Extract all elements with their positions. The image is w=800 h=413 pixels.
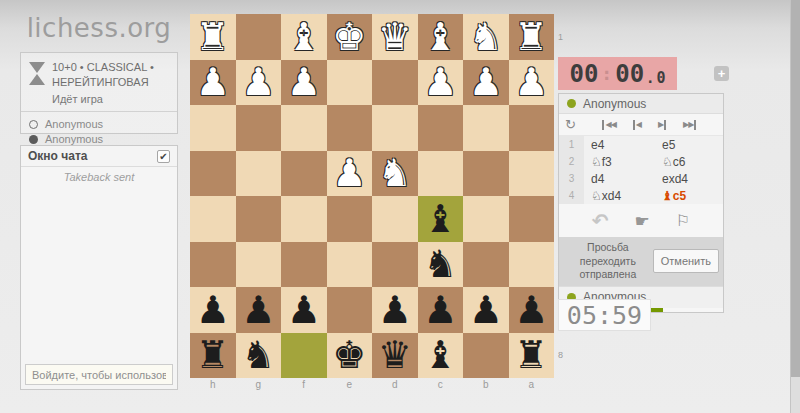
square-g8[interactable]: ♞ xyxy=(236,333,282,379)
square-d7[interactable]: ♟ xyxy=(372,287,418,333)
game-status-text: Идёт игра xyxy=(52,92,171,107)
square-f8[interactable] xyxy=(281,333,327,379)
square-d2[interactable] xyxy=(372,60,418,106)
square-h2[interactable]: ♟ xyxy=(190,60,236,106)
move-4-white[interactable]: ♘xd4 xyxy=(584,187,656,204)
rank-label-1: 1 xyxy=(555,14,569,60)
square-h8[interactable]: ♜ xyxy=(190,333,236,379)
square-f5[interactable] xyxy=(281,196,327,242)
resign-flag-icon[interactable]: ⚐ xyxy=(676,211,690,230)
file-label-h: h xyxy=(190,379,236,390)
square-g4[interactable] xyxy=(236,151,282,197)
square-d1[interactable]: ♛ xyxy=(372,14,418,60)
piece-bP-h7[interactable]: ♟ xyxy=(196,291,230,329)
piece-bP-a7[interactable]: ♟ xyxy=(514,291,548,329)
black-color-icon xyxy=(29,135,38,144)
square-g5[interactable] xyxy=(236,196,282,242)
online-dot-icon xyxy=(567,99,576,108)
square-c4[interactable] xyxy=(418,151,464,197)
file-label-c: c xyxy=(418,379,464,390)
move-row-3: 3d4exd4 xyxy=(559,170,723,187)
square-b4[interactable] xyxy=(463,151,509,197)
square-d6[interactable] xyxy=(372,242,418,288)
player-clock: 05:59 xyxy=(558,299,651,331)
draw-offer-hand-icon[interactable]: ☛ xyxy=(635,211,650,231)
takeback-icon[interactable]: ↶ xyxy=(592,209,609,233)
black-player-name: Anonymous xyxy=(45,133,103,145)
opponent-name-row: Anonymous xyxy=(559,94,723,114)
piece-wR-h1[interactable]: ♜ xyxy=(196,18,230,56)
square-f6[interactable] xyxy=(281,242,327,288)
replay-sync-icon[interactable]: ↻ xyxy=(565,117,576,132)
square-c2[interactable]: ♟ xyxy=(418,60,464,106)
square-c6[interactable]: ♞ xyxy=(418,242,464,288)
square-c7[interactable]: ♟ xyxy=(418,287,464,333)
square-e7[interactable] xyxy=(327,287,373,333)
piece-wP-g2[interactable]: ♟ xyxy=(241,63,275,101)
square-e5[interactable] xyxy=(327,196,373,242)
move-4-black[interactable]: ♝c5 xyxy=(656,187,723,204)
square-g1[interactable] xyxy=(236,14,282,60)
move-1-white[interactable]: e4 xyxy=(584,136,656,153)
piece-wB-f1[interactable]: ♝ xyxy=(287,18,321,56)
board-area: ♜♝♚♛♝♞♜♟♟♟♟♟♟♟♞♝♞♟♟♟♟♟♟♟♜♞♚♛♝♜ 12345678 … xyxy=(190,14,554,378)
player-clock-time: 05:59 xyxy=(567,301,642,330)
game-actions: ↶ ☛ ⚐ xyxy=(559,204,723,237)
chat-header: Окно чата ✔ xyxy=(21,146,177,167)
clock-dot: . xyxy=(646,70,654,86)
piece-wP-e4[interactable]: ♟ xyxy=(332,154,366,192)
square-e2[interactable] xyxy=(327,60,373,106)
piece-bR-a8[interactable]: ♜ xyxy=(514,336,548,374)
piece-wP-a2[interactable]: ♟ xyxy=(514,63,548,101)
square-b2[interactable]: ♟ xyxy=(463,60,509,106)
square-a7[interactable]: ♟ xyxy=(509,287,555,333)
piece-wP-c2[interactable]: ♟ xyxy=(423,63,457,101)
piece-wK-e1[interactable]: ♚ xyxy=(332,18,366,56)
square-f7[interactable]: ♟ xyxy=(281,287,327,333)
lichess-game-page: lichess.org 10+0 • CLASSICAL • НЕРЕЙТИНГ… xyxy=(0,0,800,413)
nav-prev-icon[interactable]: ◀ xyxy=(633,120,641,130)
square-g7[interactable]: ♟ xyxy=(236,287,282,333)
square-g3[interactable] xyxy=(236,105,282,151)
square-a1[interactable]: ♜ xyxy=(509,14,555,60)
left-sidebar: lichess.org 10+0 • CLASSICAL • НЕРЕЙТИНГ… xyxy=(20,0,178,413)
square-c3[interactable] xyxy=(418,105,464,151)
chess-board: ♜♝♚♛♝♞♜♟♟♟♟♟♟♟♞♝♞♟♟♟♟♟♟♟♜♞♚♛♝♜ xyxy=(190,14,554,378)
chat-input[interactable] xyxy=(25,364,173,385)
white-color-icon xyxy=(29,120,38,129)
chat-title: Окно чата xyxy=(28,149,87,163)
square-d3[interactable] xyxy=(372,105,418,151)
piece-wN-d4[interactable]: ♞ xyxy=(378,154,412,192)
move-1-black[interactable]: e5 xyxy=(656,136,723,153)
opponent-name: Anonymous xyxy=(583,97,646,111)
piece-wP-f2[interactable]: ♟ xyxy=(287,63,321,101)
square-d8[interactable]: ♛ xyxy=(372,333,418,379)
square-h6[interactable] xyxy=(190,242,236,288)
square-d5[interactable] xyxy=(372,196,418,242)
game-info-box: 10+0 • CLASSICAL • НЕРЕЙТИНГОВАЯ Идёт иг… xyxy=(20,52,178,134)
piece-wP-b2[interactable]: ♟ xyxy=(469,63,503,101)
square-a4[interactable] xyxy=(509,151,555,197)
request-status-text: Просьба переходить отправлена xyxy=(563,241,653,282)
white-player-row: Anonymous xyxy=(29,117,169,132)
piece-bN-c6[interactable]: ♞ xyxy=(423,245,457,283)
square-d4[interactable]: ♞ xyxy=(372,151,418,197)
square-a6[interactable] xyxy=(509,242,555,288)
square-f2[interactable]: ♟ xyxy=(281,60,327,106)
square-b8[interactable] xyxy=(463,333,509,379)
opponent-clock: 00:00.0 xyxy=(558,57,677,90)
add-time-button[interactable]: + xyxy=(714,66,729,81)
piece-bR-h8[interactable]: ♜ xyxy=(196,336,230,374)
clock-minutes: 00 xyxy=(569,60,598,88)
square-h3[interactable] xyxy=(190,105,236,151)
file-label-f: f xyxy=(281,379,327,390)
move-number: 4 xyxy=(559,187,584,204)
square-e3[interactable] xyxy=(327,105,373,151)
piece-bB-c5[interactable]: ♝ xyxy=(423,200,457,238)
piece-bP-g7[interactable]: ♟ xyxy=(241,291,275,329)
move-number: 3 xyxy=(559,170,584,187)
square-g6[interactable] xyxy=(236,242,282,288)
page-scrollbar[interactable] xyxy=(790,0,800,413)
file-label-d: d xyxy=(372,379,418,390)
chat-box: Окно чата ✔ Takeback sent xyxy=(20,145,178,390)
hourglass-icon xyxy=(29,62,45,107)
game-panel: Anonymous ↻ ◀◀ ◀ ▶ ▶▶ 1e4e52♘f3♘c63d4exd… xyxy=(558,93,724,313)
piece-wB-c1[interactable]: ♝ xyxy=(423,18,457,56)
piece-wR-a1[interactable]: ♜ xyxy=(514,18,548,56)
player-list: Anonymous Anonymous xyxy=(21,111,177,147)
file-labels: hgfedcba xyxy=(190,379,554,390)
time-control-text: 10+0 • CLASSICAL • НЕРЕЙТИНГОВАЯ xyxy=(52,60,171,90)
nav-next-icon[interactable]: ▶ xyxy=(658,120,666,130)
move-row-4: 4♘xd4♝c5 xyxy=(559,187,723,204)
square-c5[interactable]: ♝ xyxy=(418,196,464,242)
piece-bP-f7[interactable]: ♟ xyxy=(287,291,321,329)
square-c1[interactable]: ♝ xyxy=(418,14,464,60)
scrollbar-thumb[interactable] xyxy=(791,0,800,377)
request-bar: Просьба переходить отправлена Отменить xyxy=(559,237,723,286)
square-h1[interactable]: ♜ xyxy=(190,14,236,60)
file-label-b: b xyxy=(463,379,509,390)
square-e8[interactable]: ♚ xyxy=(327,333,373,379)
chat-system-message: Takeback sent xyxy=(21,171,177,183)
move-nav-bar: ↻ ◀◀ ◀ ▶ ▶▶ xyxy=(559,114,723,136)
move-number: 2 xyxy=(559,153,584,170)
file-label-g: g xyxy=(236,379,282,390)
square-b3[interactable] xyxy=(463,105,509,151)
move-row-1: 1e4e5 xyxy=(559,136,723,153)
square-f1[interactable]: ♝ xyxy=(281,14,327,60)
piece-bP-c7[interactable]: ♟ xyxy=(423,291,457,329)
piece-wQ-d1[interactable]: ♛ xyxy=(378,18,412,56)
square-e6[interactable] xyxy=(327,242,373,288)
clock-tenths: 0 xyxy=(657,69,666,87)
square-g2[interactable]: ♟ xyxy=(236,60,282,106)
white-player-name: Anonymous xyxy=(45,118,103,130)
chat-messages: Takeback sent xyxy=(21,167,177,360)
square-a5[interactable] xyxy=(509,196,555,242)
square-a8[interactable]: ♜ xyxy=(509,333,555,379)
file-label-a: a xyxy=(509,379,555,390)
square-b7[interactable]: ♟ xyxy=(463,287,509,333)
piece-bP-d7[interactable]: ♟ xyxy=(378,291,412,329)
move-row-2: 2♘f3♘c6 xyxy=(559,153,723,170)
square-a2[interactable]: ♟ xyxy=(509,60,555,106)
move-list: 1e4e52♘f3♘c63d4exd44♘xd4♝c5 xyxy=(559,136,723,204)
piece-bN-g8[interactable]: ♞ xyxy=(241,336,275,374)
piece-bQ-d8[interactable]: ♛ xyxy=(378,336,412,374)
square-h4[interactable] xyxy=(190,151,236,197)
move-number: 1 xyxy=(559,136,584,153)
site-logo[interactable]: lichess.org xyxy=(20,13,178,43)
square-b1[interactable]: ♞ xyxy=(463,14,509,60)
square-h5[interactable] xyxy=(190,196,236,242)
clock-colon: : xyxy=(601,63,612,84)
rank-label-8: 8 xyxy=(555,333,569,379)
clock-seconds: 00 xyxy=(615,60,644,88)
move-3-black[interactable]: exd4 xyxy=(656,170,723,187)
move-2-black[interactable]: ♘c6 xyxy=(656,153,723,170)
square-b6[interactable] xyxy=(463,242,509,288)
square-e4[interactable]: ♟ xyxy=(327,151,373,197)
square-f4[interactable] xyxy=(281,151,327,197)
square-f3[interactable] xyxy=(281,105,327,151)
square-e1[interactable]: ♚ xyxy=(327,14,373,60)
piece-bP-b7[interactable]: ♟ xyxy=(469,291,503,329)
square-c8[interactable]: ♝ xyxy=(418,333,464,379)
piece-bK-e8[interactable]: ♚ xyxy=(332,336,366,374)
piece-bB-c8[interactable]: ♝ xyxy=(423,336,457,374)
move-3-white[interactable]: d4 xyxy=(584,170,656,187)
file-label-e: e xyxy=(327,379,373,390)
piece-wP-h2[interactable]: ♟ xyxy=(196,63,230,101)
nav-last-icon[interactable]: ▶▶ xyxy=(683,120,696,130)
chat-toggle-checkbox[interactable]: ✔ xyxy=(157,150,170,163)
move-2-white[interactable]: ♘f3 xyxy=(584,153,656,170)
nav-first-icon[interactable]: ◀◀ xyxy=(602,120,615,130)
square-h7[interactable]: ♟ xyxy=(190,287,236,333)
square-b5[interactable] xyxy=(463,196,509,242)
cancel-request-button[interactable]: Отменить xyxy=(653,249,719,273)
square-a3[interactable] xyxy=(509,105,555,151)
piece-wN-b1[interactable]: ♞ xyxy=(469,18,503,56)
